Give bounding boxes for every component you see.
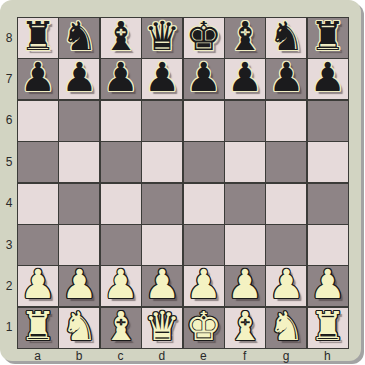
- square-c1[interactable]: ♝: [101, 308, 141, 348]
- square-b6[interactable]: [59, 101, 99, 141]
- piece-black-pawn[interactable]: ♟: [103, 57, 139, 97]
- square-f8[interactable]: ♝: [225, 18, 265, 58]
- piece-white-bishop[interactable]: ♝: [103, 306, 139, 346]
- square-c3[interactable]: [101, 225, 141, 265]
- file-label-b: b: [58, 349, 99, 363]
- rank-label-7: 7: [0, 58, 18, 99]
- file-label-e: e: [183, 349, 224, 363]
- rank-label-5: 5: [0, 141, 18, 182]
- square-h8[interactable]: ♜: [308, 18, 348, 58]
- square-d2[interactable]: ♟: [142, 266, 182, 306]
- piece-black-pawn[interactable]: ♟: [268, 57, 304, 97]
- square-e8[interactable]: ♚: [184, 18, 224, 58]
- square-d5[interactable]: [142, 142, 182, 182]
- square-h4[interactable]: [308, 184, 348, 224]
- piece-black-pawn[interactable]: ♟: [144, 57, 180, 97]
- square-g2[interactable]: ♟: [266, 266, 306, 306]
- board-panel: 87654321 ♜♞♝♛♚♝♞♜♟♟♟♟♟♟♟♟♟♟♟♟♟♟♟♟♜♞♝♛♚♝♞…: [0, 0, 361, 361]
- square-a3[interactable]: [18, 225, 58, 265]
- piece-white-pawn[interactable]: ♟: [186, 264, 222, 304]
- rank-label-1: 1: [0, 307, 18, 348]
- piece-white-bishop[interactable]: ♝: [227, 306, 263, 346]
- piece-black-pawn[interactable]: ♟: [61, 57, 97, 97]
- square-f5[interactable]: [225, 142, 265, 182]
- square-h2[interactable]: ♟: [308, 266, 348, 306]
- square-c5[interactable]: [101, 142, 141, 182]
- file-label-g: g: [265, 349, 306, 363]
- rank-label-2: 2: [0, 265, 18, 306]
- square-d7[interactable]: ♟: [142, 59, 182, 99]
- square-b3[interactable]: [59, 225, 99, 265]
- square-g3[interactable]: [266, 225, 306, 265]
- square-g6[interactable]: [266, 101, 306, 141]
- piece-black-bishop[interactable]: ♝: [103, 16, 139, 56]
- square-e4[interactable]: [184, 184, 224, 224]
- square-h5[interactable]: [308, 142, 348, 182]
- square-c2[interactable]: ♟: [101, 266, 141, 306]
- square-a6[interactable]: [18, 101, 58, 141]
- piece-white-rook[interactable]: ♜: [310, 306, 346, 346]
- square-c8[interactable]: ♝: [101, 18, 141, 58]
- square-f4[interactable]: [225, 184, 265, 224]
- file-label-c: c: [100, 349, 141, 363]
- piece-white-pawn[interactable]: ♟: [61, 264, 97, 304]
- piece-white-knight[interactable]: ♞: [268, 306, 304, 346]
- square-a8[interactable]: ♜: [18, 18, 58, 58]
- square-e6[interactable]: [184, 101, 224, 141]
- chess-board[interactable]: ♜♞♝♛♚♝♞♜♟♟♟♟♟♟♟♟♟♟♟♟♟♟♟♟♜♞♝♛♚♝♞♜: [17, 17, 349, 349]
- piece-black-knight[interactable]: ♞: [268, 16, 304, 56]
- square-d8[interactable]: ♛: [142, 18, 182, 58]
- square-b1[interactable]: ♞: [59, 308, 99, 348]
- square-g5[interactable]: [266, 142, 306, 182]
- piece-white-pawn[interactable]: ♟: [144, 264, 180, 304]
- square-a4[interactable]: [18, 184, 58, 224]
- square-a2[interactable]: ♟: [18, 266, 58, 306]
- piece-black-rook[interactable]: ♜: [20, 16, 56, 56]
- square-h6[interactable]: [308, 101, 348, 141]
- square-g7[interactable]: ♟: [266, 59, 306, 99]
- file-label-f: f: [224, 349, 265, 363]
- square-c6[interactable]: [101, 101, 141, 141]
- square-b4[interactable]: [59, 184, 99, 224]
- square-f2[interactable]: ♟: [225, 266, 265, 306]
- rank-label-8: 8: [0, 17, 18, 58]
- piece-black-knight[interactable]: ♞: [61, 16, 97, 56]
- square-g1[interactable]: ♞: [266, 308, 306, 348]
- square-e1[interactable]: ♚: [184, 308, 224, 348]
- square-b7[interactable]: ♟: [59, 59, 99, 99]
- square-h1[interactable]: ♜: [308, 308, 348, 348]
- piece-black-pawn[interactable]: ♟: [20, 57, 56, 97]
- piece-black-king[interactable]: ♚: [186, 16, 222, 56]
- square-b2[interactable]: ♟: [59, 266, 99, 306]
- piece-black-queen[interactable]: ♛: [144, 16, 180, 56]
- piece-white-knight[interactable]: ♞: [61, 306, 97, 346]
- square-h3[interactable]: [308, 225, 348, 265]
- square-c7[interactable]: ♟: [101, 59, 141, 99]
- piece-white-pawn[interactable]: ♟: [310, 264, 346, 304]
- file-label-a: a: [17, 349, 58, 363]
- square-e7[interactable]: ♟: [184, 59, 224, 99]
- piece-white-pawn[interactable]: ♟: [268, 264, 304, 304]
- square-b5[interactable]: [59, 142, 99, 182]
- square-c4[interactable]: [101, 184, 141, 224]
- piece-white-pawn[interactable]: ♟: [227, 264, 263, 304]
- piece-black-pawn[interactable]: ♟: [310, 57, 346, 97]
- square-d4[interactable]: [142, 184, 182, 224]
- square-d1[interactable]: ♛: [142, 308, 182, 348]
- piece-white-queen[interactable]: ♛: [144, 306, 180, 346]
- square-g4[interactable]: [266, 184, 306, 224]
- rank-label-6: 6: [0, 100, 18, 141]
- piece-black-pawn[interactable]: ♟: [186, 57, 222, 97]
- file-labels: abcdefgh: [17, 349, 348, 363]
- square-a7[interactable]: ♟: [18, 59, 58, 99]
- square-a5[interactable]: [18, 142, 58, 182]
- piece-black-pawn[interactable]: ♟: [227, 57, 263, 97]
- square-d3[interactable]: [142, 225, 182, 265]
- piece-black-rook[interactable]: ♜: [310, 16, 346, 56]
- square-f7[interactable]: ♟: [225, 59, 265, 99]
- square-e5[interactable]: [184, 142, 224, 182]
- piece-white-rook[interactable]: ♜: [20, 306, 56, 346]
- rank-label-4: 4: [0, 183, 18, 224]
- square-a1[interactable]: ♜: [18, 308, 58, 348]
- piece-white-pawn[interactable]: ♟: [103, 264, 139, 304]
- rank-labels: 87654321: [0, 17, 18, 348]
- file-label-h: h: [307, 349, 348, 363]
- square-g8[interactable]: ♞: [266, 18, 306, 58]
- square-e2[interactable]: ♟: [184, 266, 224, 306]
- square-f1[interactable]: ♝: [225, 308, 265, 348]
- rank-label-3: 3: [0, 224, 18, 265]
- square-f3[interactable]: [225, 225, 265, 265]
- square-b8[interactable]: ♞: [59, 18, 99, 58]
- piece-black-bishop[interactable]: ♝: [227, 16, 263, 56]
- square-f6[interactable]: [225, 101, 265, 141]
- square-d6[interactable]: [142, 101, 182, 141]
- piece-white-pawn[interactable]: ♟: [20, 264, 56, 304]
- square-e3[interactable]: [184, 225, 224, 265]
- square-h7[interactable]: ♟: [308, 59, 348, 99]
- piece-white-king[interactable]: ♚: [186, 306, 222, 346]
- file-label-d: d: [141, 349, 182, 363]
